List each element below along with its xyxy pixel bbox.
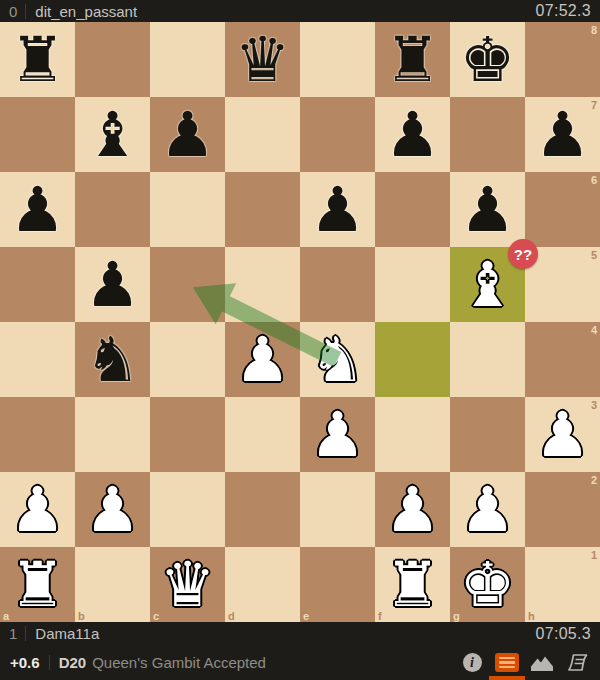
square-g3[interactable] (450, 397, 525, 472)
black-pawn: ♟ (10, 172, 66, 247)
chess-board[interactable]: ?? ♜♛♜♚8♝♟♟♟7♟♟♟6♟♝5♞♟♞4♟♟3♟♟♟♟2♜ab♛cde♜… (0, 22, 600, 622)
black-rook: ♜ (10, 22, 66, 97)
info-circle-glyph: i (463, 653, 482, 672)
black-queen: ♛ (235, 22, 291, 97)
square-c2[interactable] (150, 472, 225, 547)
square-d5[interactable] (225, 247, 300, 322)
square-a5[interactable] (0, 247, 75, 322)
file-label-c: c (153, 610, 159, 622)
square-h3[interactable]: ♟3 (525, 397, 600, 472)
rank-label-2: 2 (591, 474, 597, 486)
square-d4[interactable]: ♟ (225, 322, 300, 397)
square-g2[interactable]: ♟ (450, 472, 525, 547)
rank-label-1: 1 (591, 549, 597, 561)
square-g4[interactable] (450, 322, 525, 397)
square-c7[interactable]: ♟ (150, 97, 225, 172)
square-d6[interactable] (225, 172, 300, 247)
white-pawn: ♟ (310, 397, 366, 472)
square-h1[interactable]: 1h (525, 547, 600, 622)
square-b8[interactable] (75, 22, 150, 97)
square-b5[interactable]: ♟ (75, 247, 150, 322)
square-e3[interactable]: ♟ (300, 397, 375, 472)
black-bishop: ♝ (85, 97, 141, 172)
bottom-player-bar: 1 Dama11a 07:05.3 (0, 622, 600, 645)
square-h6[interactable]: 6 (525, 172, 600, 247)
square-e7[interactable] (300, 97, 375, 172)
black-pawn: ♟ (535, 97, 591, 172)
file-label-a: a (3, 610, 9, 622)
square-e5[interactable] (300, 247, 375, 322)
square-f6[interactable] (375, 172, 450, 247)
white-bishop: ♝ (460, 247, 516, 322)
rank-label-3: 3 (591, 399, 597, 411)
rank-label-8: 8 (591, 24, 597, 36)
separator (25, 626, 26, 641)
file-label-e: e (303, 610, 309, 622)
square-c5[interactable] (150, 247, 225, 322)
square-a2[interactable]: ♟ (0, 472, 75, 547)
white-rook: ♜ (10, 547, 66, 622)
square-c3[interactable] (150, 397, 225, 472)
square-b1[interactable]: b (75, 547, 150, 622)
square-b7[interactable]: ♝ (75, 97, 150, 172)
black-pawn: ♟ (85, 247, 141, 322)
top-player-bar: 0 dit_en_passant 07:52.3 (0, 0, 600, 22)
bottom-player-clock: 07:05.3 (536, 625, 591, 643)
file-label-d: d (228, 610, 235, 622)
square-f3[interactable] (375, 397, 450, 472)
square-g7[interactable] (450, 97, 525, 172)
book-glyph (565, 653, 589, 672)
rank-label-7: 7 (591, 99, 597, 111)
square-h8[interactable]: 8 (525, 22, 600, 97)
file-label-b: b (78, 610, 85, 622)
black-pawn: ♟ (460, 172, 516, 247)
black-king: ♚ (460, 22, 516, 97)
separator (49, 655, 50, 670)
file-label-f: f (378, 610, 382, 622)
white-knight: ♞ (310, 322, 366, 397)
black-pawn: ♟ (160, 97, 216, 172)
square-c1[interactable]: ♛c (150, 547, 225, 622)
top-player-score: 0 (9, 3, 17, 20)
white-pawn: ♟ (535, 397, 591, 472)
square-e6[interactable]: ♟ (300, 172, 375, 247)
square-c6[interactable] (150, 172, 225, 247)
eval-score: +0.6 (10, 654, 40, 671)
square-a6[interactable]: ♟ (0, 172, 75, 247)
white-queen: ♛ (160, 547, 216, 622)
white-king: ♚ (460, 547, 516, 622)
square-h7[interactable]: ♟7 (525, 97, 600, 172)
book-icon[interactable] (564, 645, 590, 680)
bottom-player-score: 1 (9, 625, 17, 642)
square-d3[interactable] (225, 397, 300, 472)
square-g1[interactable]: ♚g (450, 547, 525, 622)
black-pawn: ♟ (385, 97, 441, 172)
info-icon[interactable]: i (459, 645, 485, 680)
square-f8[interactable]: ♜ (375, 22, 450, 97)
opening-name: Queen's Gambit Accepted (92, 654, 266, 671)
square-b2[interactable]: ♟ (75, 472, 150, 547)
white-pawn: ♟ (235, 322, 291, 397)
square-c8[interactable] (150, 22, 225, 97)
square-h4[interactable]: 4 (525, 322, 600, 397)
square-d2[interactable] (225, 472, 300, 547)
square-d8[interactable]: ♛ (225, 22, 300, 97)
square-d1[interactable]: d (225, 547, 300, 622)
white-pawn: ♟ (460, 472, 516, 547)
moves-list-glyph (495, 653, 519, 672)
square-f1[interactable]: ♜f (375, 547, 450, 622)
rank-label-4: 4 (591, 324, 597, 336)
square-c4[interactable] (150, 322, 225, 397)
square-f5[interactable] (375, 247, 450, 322)
square-g6[interactable]: ♟ (450, 172, 525, 247)
rank-label-5: 5 (591, 249, 597, 261)
separator (25, 4, 26, 19)
square-g8[interactable]: ♚ (450, 22, 525, 97)
square-a4[interactable] (0, 322, 75, 397)
white-pawn: ♟ (385, 472, 441, 547)
square-h2[interactable]: 2 (525, 472, 600, 547)
top-player-clock: 07:52.3 (536, 2, 591, 20)
white-pawn: ♟ (10, 472, 66, 547)
black-pawn: ♟ (310, 172, 366, 247)
square-b3[interactable] (75, 397, 150, 472)
square-a8[interactable]: ♜ (0, 22, 75, 97)
top-player-name[interactable]: dit_en_passant (35, 3, 137, 20)
square-a1[interactable]: ♜a (0, 547, 75, 622)
rank-label-6: 6 (591, 174, 597, 186)
square-e4[interactable]: ♞ (300, 322, 375, 397)
file-label-h: h (528, 610, 535, 622)
active-tab-indicator (489, 676, 525, 680)
white-pawn: ♟ (85, 472, 141, 547)
square-d7[interactable] (225, 97, 300, 172)
black-knight: ♞ (85, 322, 141, 397)
opening-eco-code: D20 (59, 654, 87, 671)
square-b4[interactable]: ♞ (75, 322, 150, 397)
square-f4[interactable] (375, 322, 450, 397)
square-f2[interactable]: ♟ (375, 472, 450, 547)
moves-list-icon[interactable] (494, 645, 520, 680)
square-b6[interactable] (75, 172, 150, 247)
black-rook: ♜ (385, 22, 441, 97)
square-a3[interactable] (0, 397, 75, 472)
chart-glyph (530, 654, 554, 672)
square-e8[interactable] (300, 22, 375, 97)
square-g5[interactable]: ♝ (450, 247, 525, 322)
analysis-footer: +0.6 D20 Queen's Gambit Accepted i (0, 645, 600, 680)
square-e1[interactable]: e (300, 547, 375, 622)
white-rook: ♜ (385, 547, 441, 622)
file-label-g: g (453, 610, 460, 622)
square-a7[interactable] (0, 97, 75, 172)
square-h5[interactable]: 5 (525, 247, 600, 322)
bottom-player-name[interactable]: Dama11a (35, 625, 99, 642)
lichess-tv-widget: 0 dit_en_passant 07:52.3 ?? ♜♛♜♚8♝♟♟♟7♟♟… (0, 0, 600, 680)
square-e2[interactable] (300, 472, 375, 547)
square-f7[interactable]: ♟ (375, 97, 450, 172)
chart-icon[interactable] (529, 645, 555, 680)
